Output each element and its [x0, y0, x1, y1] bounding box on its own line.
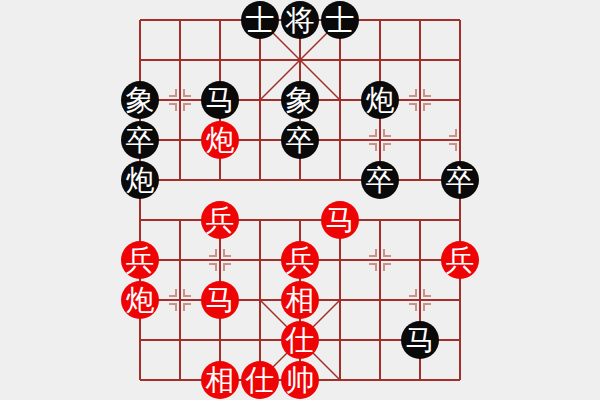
piece-black-general[interactable]: 将: [281, 1, 319, 39]
piece-black-advisor[interactable]: 士: [241, 1, 279, 39]
piece-red-advisor[interactable]: 仕: [281, 321, 319, 359]
piece-red-cannon[interactable]: 炮: [121, 281, 159, 319]
piece-black-elephant[interactable]: 象: [281, 81, 319, 119]
piece-black-horse[interactable]: 马: [401, 321, 439, 359]
pieces-layer: 士将士象马象炮卒炮卒炮卒卒兵马兵兵兵炮马相仕马相仕帅: [120, 0, 480, 400]
piece-black-pawn[interactable]: 卒: [281, 121, 319, 159]
piece-red-pawn[interactable]: 兵: [281, 241, 319, 279]
piece-black-advisor[interactable]: 士: [321, 1, 359, 39]
piece-red-pawn[interactable]: 兵: [201, 201, 239, 239]
piece-black-pawn[interactable]: 卒: [441, 161, 479, 199]
piece-red-horse[interactable]: 马: [321, 201, 359, 239]
piece-red-advisor[interactable]: 仕: [241, 361, 279, 399]
xiangqi-board-screenshot: 士将士象马象炮卒炮卒炮卒卒兵马兵兵兵炮马相仕马相仕帅: [0, 0, 600, 400]
piece-red-elephant[interactable]: 相: [281, 281, 319, 319]
piece-red-elephant[interactable]: 相: [201, 361, 239, 399]
piece-black-cannon[interactable]: 炮: [121, 161, 159, 199]
piece-black-pawn[interactable]: 卒: [361, 161, 399, 199]
piece-red-pawn[interactable]: 兵: [121, 241, 159, 279]
piece-black-horse[interactable]: 马: [201, 81, 239, 119]
piece-red-cannon[interactable]: 炮: [201, 121, 239, 159]
piece-red-general[interactable]: 帅: [281, 361, 319, 399]
piece-red-horse[interactable]: 马: [201, 281, 239, 319]
piece-black-cannon[interactable]: 炮: [361, 81, 399, 119]
piece-black-pawn[interactable]: 卒: [121, 121, 159, 159]
piece-red-pawn[interactable]: 兵: [441, 241, 479, 279]
piece-black-elephant[interactable]: 象: [121, 81, 159, 119]
